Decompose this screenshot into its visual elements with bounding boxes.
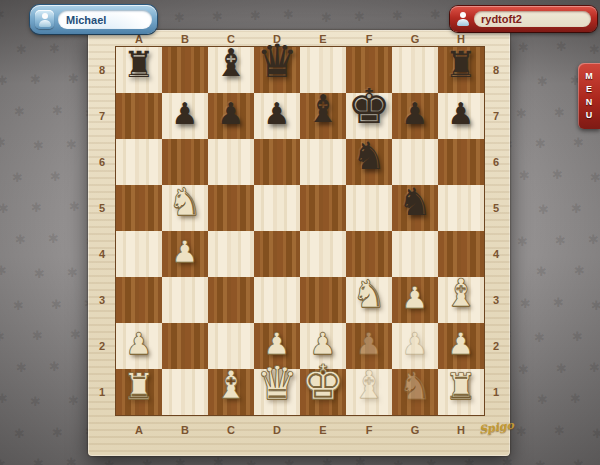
star-glyph: ✱ [555,234,566,247]
file-label-bottom-g: G [392,422,438,438]
person-icon [38,13,51,27]
star-glyph: ✱ [516,425,527,438]
star-glyph: ✱ [519,169,530,182]
piece-white-bishop-c1[interactable]: ♝ [208,369,254,415]
star-glyph: ✱ [68,72,79,85]
ghost-piece-white-knight-g1: ♞ [392,369,438,415]
square-a5[interactable] [116,185,162,231]
file-label-top-e: E [300,31,346,47]
square-d3[interactable] [254,277,300,323]
square-g6[interactable] [392,139,438,185]
star-glyph: ✱ [284,458,295,465]
star-glyph: ✱ [430,8,441,21]
star-glyph: ✱ [571,202,582,215]
player-badge [35,10,54,29]
square-h6[interactable] [438,139,484,185]
star-glyph: ✱ [592,427,600,440]
star-glyph: ✱ [589,43,600,56]
star-glyph: ✱ [517,235,528,248]
rank-label-right-4: 4 [483,231,509,277]
file-label-bottom-a: A [116,422,162,438]
star-glyph: ✱ [518,41,529,54]
piece-black-king-f7[interactable]: ♚ [346,93,392,139]
piece-white-pawn-g3[interactable]: ♟ [392,277,438,323]
rank-label-left-5: 5 [89,185,115,231]
star-glyph: ✱ [0,264,7,277]
rank-label-left-2: 2 [89,323,115,369]
star-glyph: ✱ [68,394,79,407]
square-c3[interactable] [208,277,254,323]
star-glyph: ✱ [250,9,261,22]
piece-white-rook-a1[interactable]: ♜ [116,369,162,415]
square-f5[interactable] [346,185,392,231]
file-label-top-f: F [346,31,392,47]
star-glyph: ✱ [32,329,43,342]
menu-tab[interactable]: MENU [578,63,600,129]
rank-label-right-7: 7 [483,93,509,139]
star-glyph: ✱ [574,264,585,277]
piece-white-bishop-h3[interactable]: ♝ [438,277,484,323]
piece-black-pawn-d7[interactable]: ♟ [254,93,300,139]
piece-white-pawn-b4[interactable]: ♟ [162,231,208,277]
star-glyph: ✱ [464,457,475,465]
star-glyph: ✱ [33,457,44,465]
file-label-top-b: B [162,31,208,47]
square-e4[interactable] [300,231,346,277]
star-glyph: ✱ [556,362,567,375]
rank-label-right-6: 6 [483,139,509,185]
square-h5[interactable] [438,185,484,231]
star-glyph: ✱ [392,9,403,22]
star-glyph: ✱ [570,392,581,405]
ghost-piece-white-pawn-g2: ♟ [392,323,438,369]
star-glyph: ✱ [0,74,8,87]
star-glyph: ✱ [12,171,23,184]
file-label-bottom-f: F [346,422,392,438]
star-glyph: ✱ [556,40,567,53]
square-g8[interactable] [392,47,438,93]
star-glyph: ✱ [516,107,527,120]
star-glyph: ✱ [537,393,548,406]
square-e6[interactable] [300,139,346,185]
star-glyph: ✱ [0,330,5,343]
square-a7[interactable] [116,93,162,139]
star-glyph: ✱ [69,200,80,213]
star-glyph: ✱ [30,73,41,86]
piece-white-pawn-h2[interactable]: ♟ [438,323,484,369]
file-label-bottom-h: H [438,422,484,438]
star-glyph: ✱ [322,457,333,465]
rank-label-left-1: 1 [89,369,115,415]
ghost-piece-white-bishop-f1: ♝ [346,369,392,415]
rank-label-left-3: 3 [89,277,115,323]
star-glyph: ✱ [536,265,547,278]
square-c4[interactable] [208,231,254,277]
star-glyph: ✱ [590,171,600,184]
star-glyph: ✱ [52,426,63,439]
square-b2[interactable] [162,323,208,369]
star-glyph: ✱ [553,296,564,309]
file-label-bottom-e: E [300,422,346,438]
menu-letter-u: U [586,109,593,122]
star-glyph: ✱ [393,459,404,465]
piece-black-knight-f6[interactable]: ♞ [346,139,392,185]
star-glyph: ✱ [33,139,44,152]
file-label-top-g: G [392,31,438,47]
piece-black-queen-d8[interactable]: ♛ [254,47,300,93]
square-e5[interactable] [300,185,346,231]
rank-label-right-3: 3 [483,277,509,323]
piece-white-knight-f3[interactable]: ♞ [346,277,392,323]
player-name-pill: rydtoft2 [474,11,591,27]
star-glyph: ✱ [48,232,59,245]
star-glyph: ✱ [70,328,81,341]
menu-letter-e: E [586,83,592,96]
star-glyph: ✱ [66,456,77,465]
file-label-bottom-b: B [162,422,208,438]
star-glyph: ✱ [591,299,600,312]
star-glyph: ✱ [16,43,27,56]
piece-white-king-e1[interactable]: ♚ [300,369,346,415]
rank-label-right-1: 1 [483,369,509,415]
star-glyph: ✱ [51,298,62,311]
rank-label-right-5: 5 [483,185,509,231]
piece-black-pawn-h7[interactable]: ♟ [438,93,484,139]
rank-label-right-8: 8 [483,47,509,93]
rank-label-right-2: 2 [483,323,509,369]
star-glyph: ✱ [67,266,78,279]
star-glyph: ✱ [104,459,115,465]
piece-black-rook-a8[interactable]: ♜ [116,47,162,93]
star-glyph: ✱ [0,202,9,215]
player-name-pill: Michael [58,10,152,29]
player-plate-right[interactable]: rydtoft2 [450,6,597,32]
chess-board: ♟♟♝♞♜♝♛♜♟♟♟♝♚♟♟♞♞♞♟♞♟♝♟♟♟♟♜♝♛♚♜ [116,47,484,415]
star-glyph: ✱ [14,427,25,440]
square-d4[interactable] [254,231,300,277]
piece-black-bishop-e7[interactable]: ♝ [300,93,346,139]
star-glyph: ✱ [175,457,186,465]
piece-white-queen-d1[interactable]: ♛ [254,369,300,415]
star-glyph: ✱ [213,456,224,465]
file-label-bottom-d: D [254,422,300,438]
star-glyph: ✱ [49,360,60,373]
piece-white-pawn-a2[interactable]: ♟ [116,323,162,369]
star-glyph: ✱ [426,458,437,465]
square-c6[interactable] [208,139,254,185]
star-glyph: ✱ [174,11,185,24]
star-glyph: ✱ [355,456,366,465]
star-glyph: ✱ [0,136,6,149]
square-b6[interactable] [162,139,208,185]
rank-label-left-8: 8 [89,47,115,93]
square-a6[interactable] [116,139,162,185]
rank-label-left-4: 4 [89,231,115,277]
rank-label-left-6: 6 [89,139,115,185]
star-glyph: ✱ [354,10,365,23]
square-a4[interactable] [116,231,162,277]
star-glyph: ✱ [0,458,6,465]
star-glyph: ✱ [14,105,25,118]
piece-black-bishop-c8[interactable]: ♝ [208,47,254,93]
player-name-right: rydtoft2 [481,13,522,25]
star-glyph: ✱ [13,299,24,312]
star-glyph: ✱ [552,168,563,181]
menu-letter-n: N [586,96,593,109]
square-e3[interactable] [300,277,346,323]
star-glyph: ✱ [554,424,565,437]
player-name-left: Michael [66,14,106,26]
star-glyph: ✱ [34,267,45,280]
star-glyph: ✱ [538,203,549,216]
file-label-bottom-c: C [208,422,254,438]
star-glyph: ✱ [66,138,77,151]
piece-black-pawn-g7[interactable]: ♟ [392,93,438,139]
star-glyph: ✱ [520,297,531,310]
square-c5[interactable] [208,185,254,231]
piece-white-rook-h1[interactable]: ♜ [438,369,484,415]
piece-black-rook-h8[interactable]: ♜ [438,47,484,93]
star-glyph: ✱ [15,233,26,246]
star-glyph: ✱ [537,75,548,88]
square-d6[interactable] [254,139,300,185]
star-glyph: ✱ [534,331,545,344]
square-a3[interactable] [116,277,162,323]
piece-white-knight-b5[interactable]: ♞ [162,185,208,231]
star-glyph: ✱ [0,8,5,21]
star-glyph: ✱ [142,458,153,465]
square-g4[interactable] [392,231,438,277]
star-glyph: ✱ [535,459,546,465]
star-glyph: ✱ [572,330,583,343]
chess-app: ✱✱✱✱✱✱✱✱✱✱✱✱✱✱✱✱✱✱✱✱✱✱✱✱✱✱✱✱✱✱✱✱✱✱✱✱✱✱✱✱… [0,0,600,465]
star-glyph: ✱ [588,233,599,246]
star-glyph: ✱ [589,361,600,374]
star-glyph: ✱ [30,395,41,408]
square-b8[interactable] [162,47,208,93]
star-glyph: ✱ [283,8,294,21]
player-plate-left[interactable]: Michael [30,5,157,34]
star-glyph: ✱ [573,136,584,149]
star-glyph: ✱ [212,10,223,23]
star-glyph: ✱ [518,363,529,376]
star-glyph: ✱ [246,459,257,465]
square-b1[interactable] [162,369,208,415]
star-glyph: ✱ [573,458,584,465]
star-glyph: ✱ [50,170,61,183]
star-glyph: ✱ [52,104,63,117]
square-f4[interactable] [346,231,392,277]
piece-black-pawn-c7[interactable]: ♟ [208,93,254,139]
star-glyph: ✱ [16,361,27,374]
star-glyph: ✱ [31,201,42,214]
piece-black-pawn-b7[interactable]: ♟ [162,93,208,139]
menu-letter-m: M [585,70,593,83]
chess-board-frame: ♟♟♝♞♜♝♛♜♟♟♟♝♚♟♟♞♞♞♟♞♟♝♟♟♟♟♜♝♛♚♜ AABBCCDD… [88,30,510,456]
piece-black-knight-g5[interactable]: ♞ [392,185,438,231]
star-glyph: ✱ [321,11,332,24]
square-b3[interactable] [162,277,208,323]
star-glyph: ✱ [502,456,513,465]
rank-label-left-7: 7 [89,93,115,139]
person-icon [456,12,469,26]
star-glyph: ✱ [554,106,565,119]
star-glyph: ✱ [535,137,546,150]
star-glyph: ✱ [49,42,60,55]
square-d5[interactable] [254,185,300,231]
star-glyph: ✱ [0,392,8,405]
